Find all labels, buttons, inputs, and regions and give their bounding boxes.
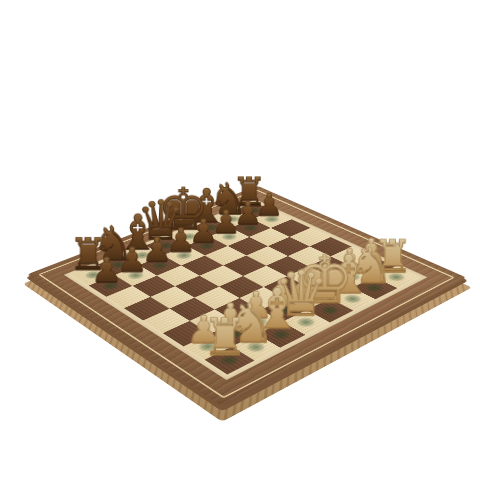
board-frame: ♜♟♟♜♞♟♟♞♝♟♟♝♚♟♟♚♛♟♟♛♝♟♟♝♞♟♟♞♜♟♟♜ xyxy=(27,186,467,407)
piece-white-rook-a1[interactable]: ♜ xyxy=(188,312,261,363)
chess-set-photo: ♜♟♟♜♞♟♟♞♝♟♟♝♚♟♟♚♛♟♟♛♝♟♟♝♞♟♟♞♜♟♟♜ xyxy=(0,0,480,480)
piece-black-pawn-a7[interactable]: ♟ xyxy=(75,253,140,287)
square-a7[interactable]: ♟ xyxy=(89,275,132,297)
chessboard: ♜♟♟♜♞♟♟♞♝♟♟♝♚♟♟♚♛♟♟♛♝♟♟♝♞♟♟♞♜♟♟♜ xyxy=(27,186,467,407)
perspective-stage: ♜♟♟♜♞♟♟♞♝♟♟♝♚♟♟♚♛♟♟♛♝♟♟♝♞♟♟♞♜♟♟♜ xyxy=(0,0,480,480)
